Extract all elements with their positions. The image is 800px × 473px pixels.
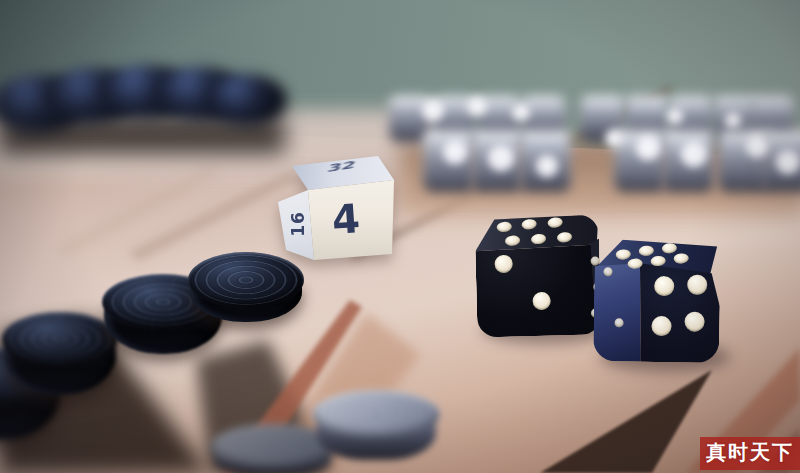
bokeh-highlight: [536, 155, 558, 177]
dark-point-right: [540, 370, 712, 473]
backgammon-photo: 32 16 4 真时天下: [0, 0, 800, 473]
bokeh-highlight: [681, 141, 707, 167]
bokeh-highlight: [443, 140, 467, 164]
bokeh-highlight: [605, 129, 623, 147]
checker-top: [2, 312, 118, 366]
doubling-cube: 32 16 4: [272, 148, 400, 264]
bokeh-highlight: [467, 96, 487, 116]
black-checker-2: [2, 312, 118, 366]
checker-top: [188, 252, 304, 308]
blue-die: [593, 233, 721, 363]
doubling-cube-front-value: 4: [330, 195, 361, 243]
far-point: [128, 172, 296, 262]
black-checker-4: [188, 252, 304, 308]
watermark: 真时天下: [700, 437, 800, 470]
die-pip-side: [614, 318, 623, 327]
bokeh-highlight: [636, 136, 660, 160]
bokeh-highlight: [512, 103, 530, 121]
bokeh-highlight: [776, 150, 800, 174]
far-point: [58, 166, 218, 256]
bokeh-highlight: [725, 112, 741, 128]
bokeh-highlight: [422, 99, 444, 121]
bokeh-highlight: [746, 135, 768, 157]
black-checker-blurred: [207, 74, 287, 126]
bokeh-highlight: [667, 108, 683, 124]
metal-checker-near-2: [312, 390, 440, 438]
doubling-cube-left-value: 16: [288, 192, 308, 256]
black-die: [474, 214, 601, 337]
bokeh-highlight: [488, 145, 514, 171]
checker-top: [312, 390, 440, 438]
